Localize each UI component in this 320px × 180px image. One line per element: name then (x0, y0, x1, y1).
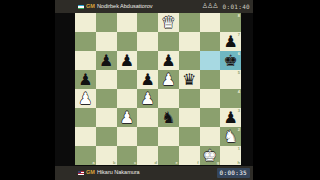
board-coordinate-6: 6 (238, 52, 240, 56)
board-coordinate-a: a (93, 161, 95, 165)
square-e1[interactable]: e (158, 146, 179, 165)
square-e7[interactable] (158, 32, 179, 51)
white-knight: ♞ (223, 129, 237, 145)
square-d8[interactable] (137, 13, 158, 32)
board-coordinate-4: 4 (238, 90, 240, 94)
square-a5[interactable]: ♟ (75, 70, 96, 89)
video-thumbnail: GM Nodirbek Abdusattorov ♙♙♙ 0:01:40 ♛8♟… (0, 0, 320, 180)
square-c1[interactable]: c (117, 146, 138, 165)
square-a7[interactable] (75, 32, 96, 51)
square-b2[interactable] (96, 127, 117, 146)
square-c5[interactable] (117, 70, 138, 89)
square-c8[interactable] (117, 13, 138, 32)
square-e5[interactable]: ♟ (158, 70, 179, 89)
white-pawn: ♟ (161, 72, 175, 88)
square-c6[interactable]: ♟ (117, 51, 138, 70)
black-queen: ♛ (182, 72, 196, 88)
black-pawn: ♟ (99, 53, 113, 69)
square-a3[interactable] (75, 108, 96, 127)
square-c7[interactable] (117, 32, 138, 51)
board-coordinate-f: f (197, 161, 198, 165)
board-coordinate-d: d (155, 161, 157, 165)
square-c3[interactable]: ♟ (117, 108, 138, 127)
square-e3[interactable]: ♞ (158, 108, 179, 127)
square-b7[interactable] (96, 32, 117, 51)
black-pawn: ♟ (223, 110, 237, 126)
square-b1[interactable]: b (96, 146, 117, 165)
square-h7[interactable]: ♟7 (220, 32, 241, 51)
square-d2[interactable] (137, 127, 158, 146)
top-player-title: GM (86, 4, 95, 10)
square-h4[interactable]: 4 (220, 89, 241, 108)
board-coordinate-h: h (238, 161, 240, 165)
black-pawn: ♟ (140, 72, 154, 88)
square-g2[interactable] (200, 127, 221, 146)
board-coordinate-7: 7 (238, 33, 240, 37)
square-a1[interactable]: a (75, 146, 96, 165)
square-a4[interactable]: ♟ (75, 89, 96, 108)
square-a6[interactable] (75, 51, 96, 70)
captured-pieces-tray: ♙♙♙ (203, 3, 219, 10)
white-pawn: ♟ (120, 110, 134, 126)
square-g3[interactable] (200, 108, 221, 127)
black-pawn: ♟ (120, 53, 134, 69)
square-d3[interactable] (137, 108, 158, 127)
square-e8[interactable]: ♛ (158, 13, 179, 32)
board-coordinate-e: e (176, 161, 178, 165)
white-queen: ♛ (161, 15, 175, 31)
square-b5[interactable] (96, 70, 117, 89)
square-e2[interactable] (158, 127, 179, 146)
square-d6[interactable] (137, 51, 158, 70)
square-b3[interactable] (96, 108, 117, 127)
black-king: ♚ (223, 53, 237, 69)
square-d1[interactable]: d (137, 146, 158, 165)
square-f1[interactable]: f (179, 146, 200, 165)
black-knight: ♞ (161, 110, 175, 126)
square-h6[interactable]: ♚6 (220, 51, 241, 70)
board-coordinate-8: 8 (238, 14, 240, 18)
square-h3[interactable]: ♟3 (220, 108, 241, 127)
square-a2[interactable] (75, 127, 96, 146)
bottom-player-clock: 0:00:35 (217, 168, 250, 178)
square-h1[interactable]: 1h (220, 146, 241, 165)
bottom-player-title: GM (86, 170, 95, 176)
square-g6[interactable] (200, 51, 221, 70)
square-g8[interactable] (200, 13, 221, 32)
square-f5[interactable]: ♛ (179, 70, 200, 89)
bottom-player-clock-area: 0:00:35 (217, 168, 253, 178)
square-e6[interactable]: ♟ (158, 51, 179, 70)
board-coordinate-2: 2 (238, 128, 240, 132)
bottom-player-bar: GM Hikaru Nakamura 0:00:35 (55, 166, 253, 180)
black-pawn: ♟ (78, 72, 92, 88)
board-coordinate-c: c (134, 161, 136, 165)
board-coordinate-3: 3 (238, 109, 240, 113)
board-coordinate-1: 1 (238, 147, 240, 151)
black-pawn: ♟ (161, 53, 175, 69)
square-f4[interactable] (179, 89, 200, 108)
white-pawn: ♟ (140, 91, 154, 107)
usa-flag-icon (78, 171, 84, 175)
square-f2[interactable] (179, 127, 200, 146)
square-c2[interactable] (117, 127, 138, 146)
uzbekistan-flag-icon (78, 5, 84, 9)
chess-board: ♛8♟7♟♟♟♚6♟♟♟♛5♟♟4♟♞♟3♞2abcdef♚g1h (75, 13, 241, 165)
black-pawn: ♟ (223, 34, 237, 50)
top-player-clock: 0:01:40 (223, 4, 250, 10)
white-king: ♚ (203, 148, 217, 164)
top-player-name: Nodirbek Abdusattorov (97, 4, 153, 10)
top-player-clock-area: ♙♙♙ 0:01:40 (203, 3, 253, 10)
board-coordinate-b: b (113, 161, 115, 165)
square-d4[interactable]: ♟ (137, 89, 158, 108)
board-coordinate-5: 5 (238, 71, 240, 75)
square-f6[interactable] (179, 51, 200, 70)
square-b6[interactable]: ♟ (96, 51, 117, 70)
square-f7[interactable] (179, 32, 200, 51)
square-b4[interactable] (96, 89, 117, 108)
captured-pawn-icon: ♙ (212, 3, 218, 10)
bottom-player-name: Hikaru Nakamura (97, 170, 140, 176)
square-h8[interactable]: 8 (220, 13, 241, 32)
square-a8[interactable] (75, 13, 96, 32)
white-pawn: ♟ (78, 91, 92, 107)
square-b8[interactable] (96, 13, 117, 32)
square-g4[interactable] (200, 89, 221, 108)
square-g1[interactable]: ♚g (200, 146, 221, 165)
chess-tv-video-area: GM Nodirbek Abdusattorov ♙♙♙ 0:01:40 ♛8♟… (55, 0, 253, 180)
square-e4[interactable] (158, 89, 179, 108)
board-coordinate-g: g (217, 161, 219, 165)
square-g7[interactable] (200, 32, 221, 51)
square-h2[interactable]: ♞2 (220, 127, 241, 146)
square-c4[interactable] (117, 89, 138, 108)
square-d5[interactable]: ♟ (137, 70, 158, 89)
square-f3[interactable] (179, 108, 200, 127)
square-d7[interactable] (137, 32, 158, 51)
square-f8[interactable] (179, 13, 200, 32)
square-g5[interactable] (200, 70, 221, 89)
top-player-bar: GM Nodirbek Abdusattorov ♙♙♙ 0:01:40 (55, 0, 253, 13)
square-h5[interactable]: 5 (220, 70, 241, 89)
